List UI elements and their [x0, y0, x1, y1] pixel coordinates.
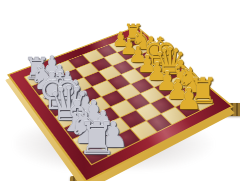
right-corner-anchor — [231, 106, 234, 108]
board-tilt-wrapper — [7, 26, 234, 181]
board-scene — [0, 0, 240, 181]
front-corner-anchor — [84, 180, 87, 181]
board-apron — [7, 26, 234, 181]
product-photo: ♜♟♟♜♞♟♟♞♝♟♟♝♚♟♟♚♛♟♟♛♝♟♟♝♞♟♟♞♜♟♟♜ — [0, 0, 240, 181]
